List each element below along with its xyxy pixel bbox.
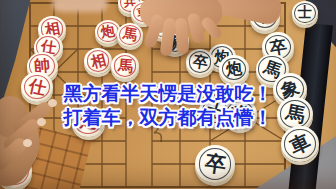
subtitle-overlay: 黑方看半天愣是没敢吃！ 打着车，双方都有点懵！ bbox=[0, 81, 336, 129]
xiangqi-piece-black[interactable]: 士 bbox=[292, 1, 318, 25]
xiangqi-piece-black[interactable]: 炮 bbox=[219, 55, 249, 83]
xiangqi-piece-black[interactable]: 車 bbox=[250, 3, 280, 31]
xiangqi-piece-red[interactable]: 相 bbox=[84, 48, 112, 74]
piece-character: 車 bbox=[285, 128, 315, 161]
piece-character: 車 bbox=[255, 5, 276, 29]
subtitle-line-2: 打着车，双方都有点懵！ bbox=[0, 105, 336, 129]
xiangqi-video-frame: 相仕帥仕炮兵兵炮馬相馬兵車車卒馬炮卒象馬車卒炮將士象卒士 黑方看半天愣是没敢吃！… bbox=[0, 0, 336, 189]
xiangqi-piece-red[interactable]: 馬 bbox=[111, 53, 139, 79]
piece-character: 馬 bbox=[122, 25, 139, 45]
piece-character: 兵 bbox=[0, 155, 29, 187]
piece-character: 炮 bbox=[100, 22, 116, 42]
piece-character: 車 bbox=[135, 3, 150, 22]
piece-character: 馬 bbox=[117, 56, 134, 76]
xiangqi-piece-black[interactable]: 車 bbox=[281, 126, 319, 162]
piece-character: 卒 bbox=[203, 149, 228, 180]
subtitle-line-1: 黑方看半天愣是没敢吃！ bbox=[0, 81, 336, 105]
xiangqi-piece-black[interactable]: 卒 bbox=[195, 145, 235, 183]
xiangqi-piece-red[interactable]: 兵 bbox=[0, 154, 32, 188]
piece-character: 士 bbox=[298, 4, 312, 22]
hand-shadow bbox=[148, 42, 220, 58]
xiangqi-piece-red[interactable]: 馬 bbox=[117, 23, 143, 47]
piece-character: 相 bbox=[88, 50, 107, 72]
piece-character: 炮 bbox=[225, 58, 243, 80]
